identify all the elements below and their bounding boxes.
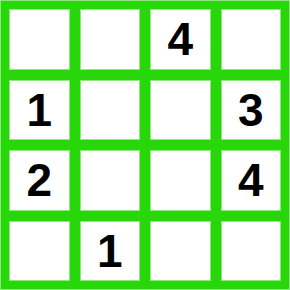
cell-digit: 1	[97, 228, 123, 274]
cell-r1c3[interactable]: 4	[150, 9, 211, 70]
cell-digit: 3	[238, 87, 264, 133]
cell-r1c1[interactable]	[9, 9, 70, 70]
cell-digit: 4	[238, 157, 264, 203]
cell-r3c1[interactable]: 2	[9, 150, 70, 211]
sudoku-board: 413241	[0, 0, 290, 290]
cell-r4c1[interactable]	[9, 221, 70, 282]
cell-r2c1[interactable]: 1	[9, 80, 70, 141]
cell-r1c4[interactable]	[221, 9, 282, 70]
cell-digit: 1	[26, 87, 52, 133]
cell-r1c2[interactable]	[80, 9, 141, 70]
cell-digit: 4	[167, 16, 193, 62]
cell-r2c4[interactable]: 3	[221, 80, 282, 141]
cell-r2c2[interactable]	[80, 80, 141, 141]
cell-r2c3[interactable]	[150, 80, 211, 141]
cell-r4c2[interactable]: 1	[80, 221, 141, 282]
cell-r4c4[interactable]	[221, 221, 282, 282]
cell-r3c4[interactable]: 4	[221, 150, 282, 211]
cell-r3c3[interactable]	[150, 150, 211, 211]
cell-r4c3[interactable]	[150, 221, 211, 282]
cell-r3c2[interactable]	[80, 150, 141, 211]
cell-digit: 2	[26, 157, 52, 203]
